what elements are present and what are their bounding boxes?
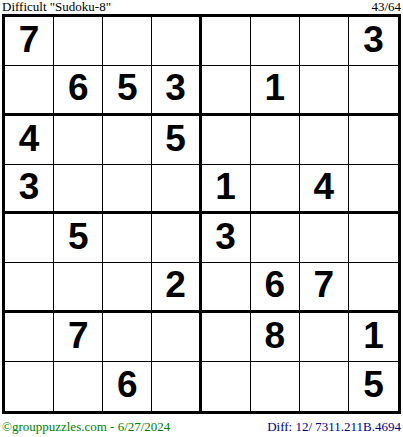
cell-r2c5[interactable] xyxy=(202,66,251,115)
cell-r6c7[interactable]: 7 xyxy=(300,263,349,312)
cell-r5c6[interactable] xyxy=(251,214,300,263)
cell-r7c7[interactable] xyxy=(300,313,349,362)
cell-r2c6[interactable]: 1 xyxy=(251,66,300,115)
cell-r6c1[interactable] xyxy=(5,263,54,312)
cell-r1c6[interactable] xyxy=(251,17,300,66)
cell-r8c1[interactable] xyxy=(5,362,54,411)
puzzle-counter: 43/64 xyxy=(371,0,401,13)
difficulty-text: Diff: 12/ 7311.211B.4694 xyxy=(267,420,401,433)
cell-r6c4[interactable]: 2 xyxy=(152,263,201,312)
cell-r5c7[interactable] xyxy=(300,214,349,263)
cell-r4c3[interactable] xyxy=(103,165,152,214)
cell-r5c3[interactable] xyxy=(103,214,152,263)
cell-r5c8[interactable] xyxy=(349,214,398,263)
copyright-text: ©grouppuzzles.com - 6/27/2024 xyxy=(2,420,170,433)
cell-r4c4[interactable] xyxy=(152,165,201,214)
cell-r3c8[interactable] xyxy=(349,116,398,165)
cell-r7c4[interactable] xyxy=(152,313,201,362)
cell-r1c8[interactable]: 3 xyxy=(349,17,398,66)
cell-r7c5[interactable] xyxy=(202,313,251,362)
cell-r4c7[interactable]: 4 xyxy=(300,165,349,214)
cell-r1c4[interactable] xyxy=(152,17,201,66)
cell-r6c6[interactable]: 6 xyxy=(251,263,300,312)
cell-r8c3[interactable]: 6 xyxy=(103,362,152,411)
cell-r2c7[interactable] xyxy=(300,66,349,115)
cell-r3c4[interactable]: 5 xyxy=(152,116,201,165)
cell-r3c1[interactable]: 4 xyxy=(5,116,54,165)
cell-r4c1[interactable]: 3 xyxy=(5,165,54,214)
cell-r2c1[interactable] xyxy=(5,66,54,115)
cell-r1c7[interactable] xyxy=(300,17,349,66)
cell-r8c7[interactable] xyxy=(300,362,349,411)
cell-r6c2[interactable] xyxy=(54,263,103,312)
cell-r2c4[interactable]: 3 xyxy=(152,66,201,115)
cell-r7c3[interactable] xyxy=(103,313,152,362)
sudoku-board: 736531453145326778165 xyxy=(2,14,401,414)
cell-r5c2[interactable]: 5 xyxy=(54,214,103,263)
cell-r4c2[interactable] xyxy=(54,165,103,214)
cell-r7c8[interactable]: 1 xyxy=(349,313,398,362)
cell-r5c4[interactable] xyxy=(152,214,201,263)
cell-r3c2[interactable] xyxy=(54,116,103,165)
puzzle-page: Difficult "Sudoku-8" 43/64 7365314531453… xyxy=(0,0,403,437)
cell-r7c1[interactable] xyxy=(5,313,54,362)
cell-r3c5[interactable] xyxy=(202,116,251,165)
cell-r1c1[interactable]: 7 xyxy=(5,17,54,66)
cell-r4c6[interactable] xyxy=(251,165,300,214)
cell-r6c5[interactable] xyxy=(202,263,251,312)
cell-r7c6[interactable]: 8 xyxy=(251,313,300,362)
cell-r2c3[interactable]: 5 xyxy=(103,66,152,115)
cell-r7c2[interactable]: 7 xyxy=(54,313,103,362)
cell-r1c2[interactable] xyxy=(54,17,103,66)
cell-r4c8[interactable] xyxy=(349,165,398,214)
cell-r4c5[interactable]: 1 xyxy=(202,165,251,214)
cell-r3c7[interactable] xyxy=(300,116,349,165)
cell-r3c3[interactable] xyxy=(103,116,152,165)
cell-r8c6[interactable] xyxy=(251,362,300,411)
cell-r8c8[interactable]: 5 xyxy=(349,362,398,411)
header: Difficult "Sudoku-8" 43/64 xyxy=(2,0,401,14)
cell-r5c5[interactable]: 3 xyxy=(202,214,251,263)
cell-r5c1[interactable] xyxy=(5,214,54,263)
cell-r3c6[interactable] xyxy=(251,116,300,165)
cell-r8c4[interactable] xyxy=(152,362,201,411)
puzzle-title: Difficult "Sudoku-8" xyxy=(2,0,111,13)
cell-r1c3[interactable] xyxy=(103,17,152,66)
cell-r2c2[interactable]: 6 xyxy=(54,66,103,115)
cell-r8c2[interactable] xyxy=(54,362,103,411)
cell-r6c3[interactable] xyxy=(103,263,152,312)
cell-r2c8[interactable] xyxy=(349,66,398,115)
cell-r1c5[interactable] xyxy=(202,17,251,66)
cell-r8c5[interactable] xyxy=(202,362,251,411)
footer: ©grouppuzzles.com - 6/27/2024 Diff: 12/ … xyxy=(2,419,401,433)
cell-r6c8[interactable] xyxy=(349,263,398,312)
